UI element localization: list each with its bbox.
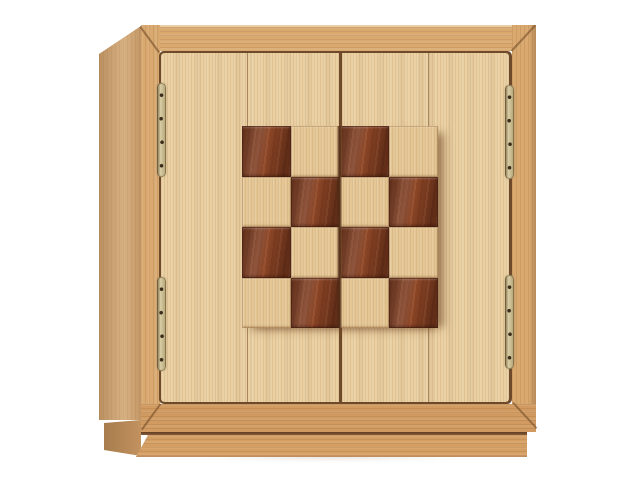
hinge-right-bottom [505,275,514,369]
board-square-r2c4[interactable] [389,177,438,228]
plinth-base [136,435,527,457]
hinge-left-top [157,83,166,177]
board-square-r3c2[interactable] [291,227,340,278]
right-door-outer-plank [428,53,509,402]
frame-bottom-rail [141,404,536,432]
board-square-r4c3[interactable] [340,278,389,329]
board-square-r3c4[interactable] [389,227,438,278]
cabinet-side-panel [99,26,141,420]
board-square-r1c2[interactable] [291,126,340,177]
cabinet-side-plinth [104,420,141,456]
board-square-r3c3[interactable] [340,227,389,278]
board-square-r3c1[interactable] [242,227,291,278]
board-square-r4c2[interactable] [291,278,340,329]
board-square-r2c1[interactable] [242,177,291,228]
hinge-left-bottom [157,277,166,371]
frame-top-rail [141,25,536,51]
board-square-r2c2[interactable] [291,177,340,228]
board-square-r4c4[interactable] [389,278,438,329]
hinge-right-top [505,85,514,179]
board-square-r4c1[interactable] [242,278,291,329]
board-square-r1c3[interactable] [340,126,389,177]
checker-panel [242,126,438,328]
board-square-r2c3[interactable] [340,177,389,228]
frame-right-stile [512,25,536,430]
board-square-r1c4[interactable] [389,126,438,177]
left-door-outer-plank [161,53,248,402]
board-square-r1c1[interactable] [242,126,291,177]
scene [0,0,640,480]
plinth-seam [141,432,527,435]
door-center-gap [337,126,342,328]
